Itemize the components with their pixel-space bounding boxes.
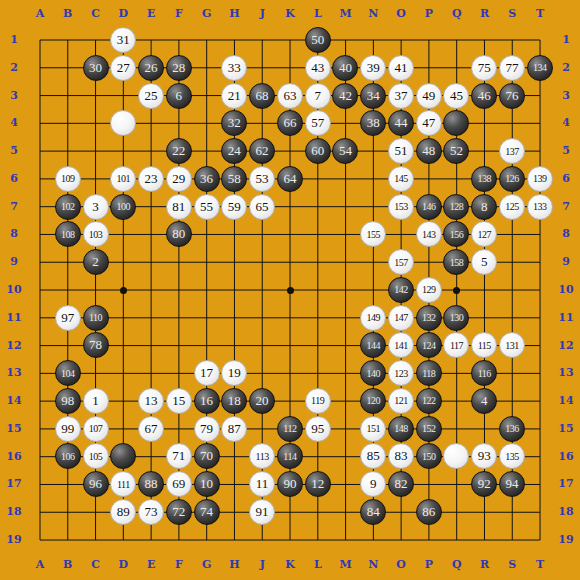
- stone-black-P14: 122: [416, 388, 442, 414]
- stone-black-B13: 104: [55, 360, 81, 386]
- stone-black-C9: 2: [83, 249, 109, 275]
- stone-black-C17: 96: [83, 471, 109, 497]
- stone-black-G18: 74: [194, 499, 220, 525]
- stone-white-T6: 139: [527, 166, 553, 192]
- stone-white-R16: 93: [471, 443, 497, 469]
- stone-white-O12: 141: [388, 332, 414, 358]
- stone-white-N11: 149: [360, 305, 386, 331]
- stone-white-F16: 71: [166, 443, 192, 469]
- stone-white-N17: 9: [360, 471, 386, 497]
- stone-black-P16: 150: [416, 443, 442, 469]
- stone-white-E15: 67: [138, 416, 164, 442]
- stone-black-Q4: [443, 110, 469, 136]
- stone-black-K4: 66: [277, 110, 303, 136]
- stone-black-S3: 76: [499, 83, 525, 109]
- stone-white-S2: 77: [499, 55, 525, 81]
- stone-black-F3: 6: [166, 83, 192, 109]
- stone-black-J5: 62: [249, 138, 275, 164]
- stone-white-O9: 157: [388, 249, 414, 275]
- stone-white-S12: 131: [499, 332, 525, 358]
- stone-black-M2: 40: [332, 55, 358, 81]
- stone-white-G15: 79: [194, 416, 220, 442]
- stone-white-K3: 63: [277, 83, 303, 109]
- stone-black-B7: 102: [55, 194, 81, 220]
- stone-black-S15: 136: [499, 416, 525, 442]
- stone-black-H6: 58: [221, 166, 247, 192]
- stone-white-C14: 1: [83, 388, 109, 414]
- stone-black-J14: 20: [249, 388, 275, 414]
- stone-black-N14: 120: [360, 388, 386, 414]
- stone-black-G16: 70: [194, 443, 220, 469]
- stone-white-H15: 87: [221, 416, 247, 442]
- stone-black-F2: 28: [166, 55, 192, 81]
- stone-black-K6: 64: [277, 166, 303, 192]
- stone-white-T7: 133: [527, 194, 553, 220]
- stone-white-L2: 43: [305, 55, 331, 81]
- stone-black-R3: 46: [471, 83, 497, 109]
- stone-black-M3: 42: [332, 83, 358, 109]
- stone-black-Q5: 52: [443, 138, 469, 164]
- stone-white-L3: 7: [305, 83, 331, 109]
- stone-white-B15: 99: [55, 416, 81, 442]
- stone-black-O17: 82: [388, 471, 414, 497]
- stone-black-P5: 48: [416, 138, 442, 164]
- stone-black-G6: 36: [194, 166, 220, 192]
- stone-black-P18: 86: [416, 499, 442, 525]
- stone-white-D6: 101: [110, 166, 136, 192]
- stone-black-R7: 8: [471, 194, 497, 220]
- stone-white-Q16: [443, 443, 469, 469]
- stone-black-N13: 140: [360, 360, 386, 386]
- stone-black-Q9: 158: [443, 249, 469, 275]
- stone-black-H4: 32: [221, 110, 247, 136]
- stone-black-M5: 54: [332, 138, 358, 164]
- stones-layer: 3150302726283343403941757713425621686374…: [26, 26, 554, 554]
- stone-black-R14: 4: [471, 388, 497, 414]
- stone-black-J3: 68: [249, 83, 275, 109]
- stone-black-N3: 34: [360, 83, 386, 109]
- stone-black-N12: 144: [360, 332, 386, 358]
- stone-black-E2: 26: [138, 55, 164, 81]
- stone-black-K17: 90: [277, 471, 303, 497]
- stone-white-O3: 37: [388, 83, 414, 109]
- stone-white-O5: 51: [388, 138, 414, 164]
- stone-white-H13: 19: [221, 360, 247, 386]
- stone-white-J7: 65: [249, 194, 275, 220]
- stone-white-F6: 29: [166, 166, 192, 192]
- stone-white-C8: 103: [83, 221, 109, 247]
- stone-black-F18: 72: [166, 499, 192, 525]
- stone-white-O6: 145: [388, 166, 414, 192]
- stone-black-H14: 18: [221, 388, 247, 414]
- stone-white-O11: 147: [388, 305, 414, 331]
- stone-black-K15: 112: [277, 416, 303, 442]
- stone-white-O13: 123: [388, 360, 414, 386]
- stone-black-T2: 134: [527, 55, 553, 81]
- stone-white-O2: 41: [388, 55, 414, 81]
- stone-black-P15: 152: [416, 416, 442, 442]
- stone-black-N18: 84: [360, 499, 386, 525]
- stone-white-F14: 15: [166, 388, 192, 414]
- stone-black-B8: 108: [55, 221, 81, 247]
- stone-white-P8: 143: [416, 221, 442, 247]
- stone-white-L4: 57: [305, 110, 331, 136]
- stone-white-Q12: 117: [443, 332, 469, 358]
- stone-white-D18: 89: [110, 499, 136, 525]
- stone-black-O10: 142: [388, 277, 414, 303]
- stone-white-O14: 121: [388, 388, 414, 414]
- stone-black-F5: 22: [166, 138, 192, 164]
- stone-white-D1: 31: [110, 27, 136, 53]
- stone-white-J6: 53: [249, 166, 275, 192]
- stone-white-E6: 23: [138, 166, 164, 192]
- stone-black-P11: 132: [416, 305, 442, 331]
- stone-white-E18: 73: [138, 499, 164, 525]
- stone-white-R8: 127: [471, 221, 497, 247]
- stone-white-F7: 81: [166, 194, 192, 220]
- stone-black-L17: 12: [305, 471, 331, 497]
- stone-white-N15: 151: [360, 416, 386, 442]
- stone-black-D16: [110, 443, 136, 469]
- stone-white-B11: 97: [55, 305, 81, 331]
- stone-black-R6: 138: [471, 166, 497, 192]
- stone-white-H3: 21: [221, 83, 247, 109]
- stone-white-Q3: 45: [443, 83, 469, 109]
- stone-white-E3: 25: [138, 83, 164, 109]
- stone-black-B16: 106: [55, 443, 81, 469]
- stone-white-R2: 75: [471, 55, 497, 81]
- stone-white-H7: 59: [221, 194, 247, 220]
- stone-black-Q8: 156: [443, 221, 469, 247]
- stone-white-C16: 105: [83, 443, 109, 469]
- stone-white-D17: 111: [110, 471, 136, 497]
- stone-black-D7: 100: [110, 194, 136, 220]
- stone-white-P4: 47: [416, 110, 442, 136]
- stone-black-O4: 44: [388, 110, 414, 136]
- stone-white-N16: 85: [360, 443, 386, 469]
- stone-white-R9: 5: [471, 249, 497, 275]
- stone-black-C12: 78: [83, 332, 109, 358]
- stone-white-P10: 129: [416, 277, 442, 303]
- stone-white-S16: 135: [499, 443, 525, 469]
- stone-black-H5: 24: [221, 138, 247, 164]
- stone-black-B14: 98: [55, 388, 81, 414]
- stone-white-N8: 155: [360, 221, 386, 247]
- stone-black-K16: 114: [277, 443, 303, 469]
- stone-white-O7: 153: [388, 194, 414, 220]
- stone-black-C11: 110: [83, 305, 109, 331]
- stone-black-L5: 60: [305, 138, 331, 164]
- stone-black-S6: 126: [499, 166, 525, 192]
- stone-white-J18: 91: [249, 499, 275, 525]
- stone-white-J17: 11: [249, 471, 275, 497]
- stone-white-C15: 107: [83, 416, 109, 442]
- stone-white-G13: 17: [194, 360, 220, 386]
- stone-white-D4: [110, 110, 136, 136]
- stone-white-B6: 109: [55, 166, 81, 192]
- stone-black-R13: 116: [471, 360, 497, 386]
- stone-white-L14: 119: [305, 388, 331, 414]
- stone-white-S5: 137: [499, 138, 525, 164]
- stone-black-C2: 30: [83, 55, 109, 81]
- stone-black-O15: 148: [388, 416, 414, 442]
- stone-white-C7: 3: [83, 194, 109, 220]
- stone-black-R17: 92: [471, 471, 497, 497]
- stone-black-S17: 94: [499, 471, 525, 497]
- go-board[interactable]: ABCDEFGHJKLMNOPQRST ABCDEFGHJKLMNOPQRST …: [0, 0, 580, 580]
- stone-white-S7: 125: [499, 194, 525, 220]
- stone-white-O16: 83: [388, 443, 414, 469]
- stone-black-G14: 16: [194, 388, 220, 414]
- stone-white-E14: 13: [138, 388, 164, 414]
- stone-black-Q7: 128: [443, 194, 469, 220]
- stone-white-F17: 69: [166, 471, 192, 497]
- stone-white-D2: 27: [110, 55, 136, 81]
- stone-white-J16: 113: [249, 443, 275, 469]
- stone-black-F8: 80: [166, 221, 192, 247]
- stone-black-Q11: 130: [443, 305, 469, 331]
- stone-white-G7: 55: [194, 194, 220, 220]
- stone-white-P3: 49: [416, 83, 442, 109]
- stone-black-P13: 118: [416, 360, 442, 386]
- stone-black-P12: 124: [416, 332, 442, 358]
- stone-white-L15: 95: [305, 416, 331, 442]
- stone-white-H2: 33: [221, 55, 247, 81]
- stone-black-P7: 146: [416, 194, 442, 220]
- stone-black-N4: 38: [360, 110, 386, 136]
- stone-black-L1: 50: [305, 27, 331, 53]
- stone-black-E17: 88: [138, 471, 164, 497]
- stone-white-N2: 39: [360, 55, 386, 81]
- stone-white-R12: 115: [471, 332, 497, 358]
- stone-black-G17: 10: [194, 471, 220, 497]
